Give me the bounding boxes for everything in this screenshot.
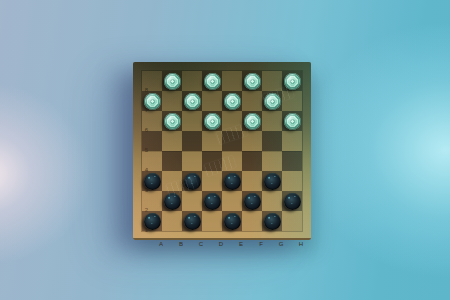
square-c2[interactable]	[182, 191, 202, 211]
square-f8[interactable]	[242, 71, 262, 91]
square-e2[interactable]	[222, 191, 242, 211]
square-c3[interactable]	[182, 171, 202, 191]
square-b2[interactable]	[162, 191, 182, 211]
white-piece-h8[interactable]	[284, 73, 301, 90]
square-h8[interactable]	[282, 71, 302, 91]
black-piece-g3[interactable]	[264, 173, 281, 190]
square-h1[interactable]	[282, 211, 302, 231]
square-f3[interactable]	[242, 171, 262, 191]
black-piece-e3[interactable]	[224, 173, 241, 190]
square-c6[interactable]	[182, 111, 202, 131]
square-g4[interactable]	[262, 151, 282, 171]
black-piece-c3[interactable]	[184, 173, 201, 190]
square-d7[interactable]	[202, 91, 222, 111]
square-b3[interactable]	[162, 171, 182, 191]
white-piece-f8[interactable]	[244, 73, 261, 90]
square-c7[interactable]	[182, 91, 202, 111]
square-g1[interactable]	[262, 211, 282, 231]
square-h5[interactable]	[282, 131, 302, 151]
file-label-c: C	[191, 241, 211, 247]
square-d5[interactable]	[202, 131, 222, 151]
square-d6[interactable]	[202, 111, 222, 131]
square-f4[interactable]	[242, 151, 262, 171]
square-g2[interactable]	[262, 191, 282, 211]
white-piece-b8[interactable]	[164, 73, 181, 90]
square-g6[interactable]	[262, 111, 282, 131]
black-piece-g1[interactable]	[264, 213, 281, 230]
square-g5[interactable]	[262, 131, 282, 151]
square-f2[interactable]	[242, 191, 262, 211]
square-f5[interactable]	[242, 131, 262, 151]
square-c1[interactable]	[182, 211, 202, 231]
black-piece-h2[interactable]	[284, 193, 301, 210]
square-e5[interactable]	[222, 131, 242, 151]
file-label-e: E	[231, 241, 251, 247]
rank-label-6: 6	[142, 127, 151, 133]
white-piece-h6[interactable]	[284, 113, 301, 130]
white-piece-a7[interactable]	[144, 93, 161, 110]
file-label-a: A	[151, 241, 171, 247]
square-f7[interactable]	[242, 91, 262, 111]
square-d8[interactable]	[202, 71, 222, 91]
white-piece-c7[interactable]	[184, 93, 201, 110]
black-piece-d2[interactable]	[204, 193, 221, 210]
file-label-g: G	[271, 241, 291, 247]
square-c5[interactable]	[182, 131, 202, 151]
square-d4[interactable]	[202, 151, 222, 171]
white-piece-d8[interactable]	[204, 73, 221, 90]
square-f1[interactable]	[242, 211, 262, 231]
photo-scene: 87654321 ABCDEFGH	[0, 0, 450, 300]
white-piece-d6[interactable]	[204, 113, 221, 130]
black-piece-b2[interactable]	[164, 193, 181, 210]
black-piece-e1[interactable]	[224, 213, 241, 230]
black-piece-f2[interactable]	[244, 193, 261, 210]
black-piece-a3[interactable]	[144, 173, 161, 190]
file-label-b: B	[171, 241, 191, 247]
square-h2[interactable]	[282, 191, 302, 211]
square-b6[interactable]	[162, 111, 182, 131]
file-label-h: H	[291, 241, 311, 247]
rank-label-8: 8	[142, 87, 151, 93]
rank-label-5: 5	[142, 147, 151, 153]
file-label-f: F	[251, 241, 271, 247]
square-d1[interactable]	[202, 211, 222, 231]
square-h4[interactable]	[282, 151, 302, 171]
square-e3[interactable]	[222, 171, 242, 191]
square-d2[interactable]	[202, 191, 222, 211]
square-e6[interactable]	[222, 111, 242, 131]
square-h3[interactable]	[282, 171, 302, 191]
square-e8[interactable]	[222, 71, 242, 91]
square-b8[interactable]	[162, 71, 182, 91]
square-g8[interactable]	[262, 71, 282, 91]
rank-label-4: 4	[142, 167, 151, 173]
square-h7[interactable]	[282, 91, 302, 111]
square-h6[interactable]	[282, 111, 302, 131]
square-b4[interactable]	[162, 151, 182, 171]
square-c4[interactable]	[182, 151, 202, 171]
white-piece-b6[interactable]	[164, 113, 181, 130]
file-label-d: D	[211, 241, 231, 247]
square-c8[interactable]	[182, 71, 202, 91]
square-e1[interactable]	[222, 211, 242, 231]
white-piece-g7[interactable]	[264, 93, 281, 110]
square-e4[interactable]	[222, 151, 242, 171]
square-b1[interactable]	[162, 211, 182, 231]
square-b7[interactable]	[162, 91, 182, 111]
rank-label-2: 2	[142, 207, 151, 213]
square-f6[interactable]	[242, 111, 262, 131]
white-piece-f6[interactable]	[244, 113, 261, 130]
square-g7[interactable]	[262, 91, 282, 111]
square-g3[interactable]	[262, 171, 282, 191]
square-e7[interactable]	[222, 91, 242, 111]
white-piece-e7[interactable]	[224, 93, 241, 110]
black-piece-a1[interactable]	[144, 213, 161, 230]
checkers-board: 87654321 ABCDEFGH	[133, 62, 311, 240]
square-d3[interactable]	[202, 171, 222, 191]
board-grid	[142, 71, 302, 231]
black-piece-c1[interactable]	[184, 213, 201, 230]
square-b5[interactable]	[162, 131, 182, 151]
